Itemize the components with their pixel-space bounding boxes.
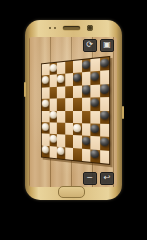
- checker-piece-white[interactable]: [42, 123, 49, 131]
- minus-button[interactable]: −: [83, 172, 97, 185]
- board-cell[interactable]: [82, 111, 91, 124]
- minus-icon: −: [86, 174, 93, 182]
- board-cell[interactable]: [100, 70, 110, 84]
- board-cell[interactable]: [65, 61, 73, 74]
- board-cell[interactable]: [100, 137, 110, 151]
- board-cell[interactable]: [73, 60, 82, 73]
- checker-piece-black[interactable]: [100, 58, 109, 67]
- checker-piece-black[interactable]: [100, 137, 109, 146]
- board-cell[interactable]: [57, 134, 65, 147]
- board-cell[interactable]: [73, 73, 82, 86]
- checker-piece-black[interactable]: [91, 124, 100, 133]
- checker-piece-black[interactable]: [91, 72, 100, 81]
- board-cell[interactable]: [57, 74, 65, 87]
- board-cell[interactable]: [65, 147, 73, 160]
- board-cell[interactable]: [49, 63, 57, 76]
- board-cell[interactable]: [49, 134, 57, 146]
- board-cell[interactable]: [65, 135, 73, 148]
- board-cell[interactable]: [57, 98, 65, 110]
- board-cell[interactable]: [90, 149, 99, 163]
- restart-button[interactable]: ⟳: [83, 39, 97, 52]
- checker-piece-white[interactable]: [57, 75, 65, 83]
- board-cell[interactable]: [65, 98, 73, 110]
- light-sensor-dot: [54, 27, 56, 29]
- board-cell[interactable]: [49, 111, 57, 123]
- board-cell[interactable]: [100, 84, 110, 98]
- checker-piece-black[interactable]: [91, 150, 100, 159]
- board-cell[interactable]: [65, 111, 73, 123]
- board-cell[interactable]: [65, 73, 73, 86]
- menu-button[interactable]: ▣: [100, 39, 114, 52]
- board-cell[interactable]: [100, 97, 110, 110]
- board-cell[interactable]: [42, 145, 49, 157]
- board-cell[interactable]: [90, 84, 99, 97]
- bottom-toolbar: − ↩: [83, 172, 115, 185]
- board-cell[interactable]: [42, 87, 49, 99]
- earpiece-speaker: [63, 26, 80, 30]
- checker-piece-white[interactable]: [42, 76, 49, 84]
- board-cell[interactable]: [49, 99, 57, 111]
- board-cell[interactable]: [90, 97, 99, 110]
- board-cell[interactable]: [65, 86, 73, 99]
- checker-piece-black[interactable]: [100, 85, 109, 94]
- checker-piece-white[interactable]: [49, 135, 56, 143]
- board-cell[interactable]: [57, 111, 65, 123]
- board-cell[interactable]: [57, 146, 65, 159]
- board-cell[interactable]: [57, 122, 65, 134]
- board-cell[interactable]: [73, 98, 82, 111]
- proximity-sensor-dot: [49, 27, 51, 29]
- board-cell[interactable]: [90, 136, 99, 150]
- board-cell[interactable]: [73, 123, 82, 136]
- checker-piece-white[interactable]: [42, 99, 49, 107]
- board-cell[interactable]: [82, 59, 91, 73]
- board-cell[interactable]: [49, 146, 57, 159]
- board-cell[interactable]: [82, 85, 91, 98]
- board-cell[interactable]: [100, 57, 110, 71]
- board-cell[interactable]: [73, 85, 82, 98]
- board-cell[interactable]: [82, 123, 91, 136]
- board-cell[interactable]: [42, 134, 49, 146]
- board-cell[interactable]: [90, 123, 99, 136]
- board-cell[interactable]: [73, 135, 82, 148]
- board-cell[interactable]: [49, 87, 57, 99]
- power-button[interactable]: [122, 106, 124, 119]
- board-cell[interactable]: [73, 111, 82, 124]
- board-cell[interactable]: [100, 124, 110, 138]
- app-screen-wood-background: ⟳ ▣ − ↩: [29, 37, 117, 187]
- board-cell[interactable]: [82, 148, 91, 162]
- board-cell[interactable]: [82, 136, 91, 149]
- board-cell[interactable]: [82, 98, 91, 111]
- checker-piece-white[interactable]: [49, 111, 56, 119]
- top-toolbar: ⟳ ▣: [83, 39, 115, 52]
- board-cell[interactable]: [65, 123, 73, 136]
- checker-piece-white[interactable]: [57, 147, 65, 156]
- board-cell[interactable]: [42, 111, 49, 123]
- checker-piece-black[interactable]: [73, 73, 81, 82]
- checker-piece-black[interactable]: [82, 86, 90, 95]
- phone-frame: ⟳ ▣ − ↩: [25, 20, 122, 200]
- checkers-board[interactable]: [41, 56, 110, 165]
- front-camera: [87, 25, 93, 31]
- board-cell[interactable]: [49, 122, 57, 134]
- checker-piece-white[interactable]: [42, 146, 49, 154]
- board-cell[interactable]: [100, 150, 110, 164]
- board-cell[interactable]: [90, 111, 99, 124]
- board-cell[interactable]: [49, 75, 57, 87]
- home-button[interactable]: [58, 186, 85, 198]
- restart-icon: ⟳: [86, 41, 93, 49]
- board-cell[interactable]: [100, 111, 110, 124]
- board-cell[interactable]: [57, 86, 65, 98]
- checker-piece-white[interactable]: [49, 63, 56, 71]
- checker-piece-black[interactable]: [100, 111, 109, 120]
- board-cell[interactable]: [42, 64, 49, 76]
- undo-button[interactable]: ↩: [100, 172, 114, 185]
- board-cell[interactable]: [90, 58, 99, 72]
- board-cell[interactable]: [57, 62, 65, 75]
- board-cell[interactable]: [82, 72, 91, 85]
- board-cell[interactable]: [90, 71, 99, 85]
- checker-piece-black[interactable]: [82, 60, 90, 69]
- checker-piece-black[interactable]: [82, 136, 90, 145]
- volume-button[interactable]: [24, 82, 26, 97]
- board-cell[interactable]: [42, 99, 49, 111]
- board-cell[interactable]: [42, 75, 49, 87]
- board-cell[interactable]: [42, 122, 49, 134]
- checker-piece-white[interactable]: [73, 124, 81, 132]
- checker-piece-black[interactable]: [91, 98, 100, 107]
- menu-icon: ▣: [103, 41, 111, 49]
- undo-icon: ↩: [104, 174, 111, 182]
- board-cell[interactable]: [73, 148, 82, 161]
